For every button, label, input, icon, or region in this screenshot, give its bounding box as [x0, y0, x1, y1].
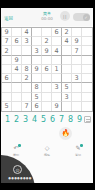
sudoku-cell-r6c7[interactable] — [62, 74, 72, 83]
toggle-knob: ✓ — [83, 14, 90, 21]
top-bar: 返回 简单 00:00 || ✓ — [1, 8, 93, 26]
timer-label: 00:00 — [37, 16, 57, 21]
sudoku-cell-r4c6[interactable] — [52, 56, 62, 65]
sudoku-cell-r9c3[interactable]: 7 — [22, 102, 32, 111]
sudoku-cell-r7c1[interactable] — [2, 83, 12, 92]
sudoku-cell-r8c2[interactable] — [12, 93, 22, 102]
floating-widget-text: ●●●●●●●● — [4, 177, 36, 180]
sudoku-cell-r3c2[interactable] — [12, 46, 22, 55]
sudoku-cell-r8c5[interactable] — [42, 93, 52, 102]
sudoku-cell-r9c7[interactable] — [62, 102, 72, 111]
sudoku-cell-r1c6[interactable]: 6 — [52, 28, 62, 37]
pad-digit-6[interactable]: 6 — [48, 115, 57, 124]
sudoku-cell-r8c1[interactable] — [2, 93, 12, 102]
fire-icon: 🔥 — [61, 130, 70, 137]
pause-icon: || — [63, 14, 67, 19]
sudoku-cell-r8c9[interactable] — [82, 93, 92, 102]
sudoku-cell-r9c4[interactable]: 6 — [32, 102, 42, 111]
sudoku-cell-r4c4[interactable] — [32, 56, 42, 65]
pencil-icon: ✎ — [75, 144, 80, 152]
sudoku-cell-r6c5[interactable] — [42, 74, 52, 83]
pad-digit-7[interactable]: 7 — [57, 115, 66, 124]
sudoku-cell-r1c1[interactable]: 9 — [2, 28, 12, 37]
sudoku-cell-r1c2[interactable] — [12, 28, 22, 37]
sudoku-cell-r7c4[interactable]: 8 — [32, 83, 42, 92]
sudoku-cell-r5c3[interactable]: 8 — [22, 65, 32, 74]
phone-screen: 返回 简单 00:00 || ✓ 94627632492394794896162… — [0, 0, 95, 190]
sudoku-cell-r1c8[interactable] — [72, 28, 82, 37]
sudoku-cell-r8c7[interactable]: 3 — [62, 93, 72, 102]
sudoku-cell-r7c3[interactable] — [22, 83, 32, 92]
sudoku-cell-r2c4[interactable] — [32, 37, 42, 46]
app-content: 返回 简单 00:00 || ✓ 94627632492394794896162… — [1, 8, 93, 183]
undo-icon: ↶ — [13, 144, 18, 152]
sudoku-cell-r1c4[interactable] — [32, 28, 42, 37]
sudoku-cell-r6c4[interactable] — [32, 74, 42, 83]
badge-dot — [80, 144, 83, 147]
sudoku-cell-r2c3[interactable]: 3 — [22, 37, 32, 46]
sudoku-cell-r1c3[interactable]: 4 — [22, 28, 32, 37]
sudoku-cell-r2c2[interactable]: 6 — [12, 37, 22, 46]
sudoku-cell-r4c2[interactable]: 9 — [12, 56, 22, 65]
pad-digit-4[interactable]: 4 — [30, 115, 39, 124]
sudoku-cell-r6c3[interactable]: 2 — [22, 74, 32, 83]
sudoku-cell-r9c5[interactable] — [42, 102, 52, 111]
erase-label: 擦除 — [44, 153, 50, 157]
pad-digit-5[interactable]: 5 — [39, 115, 48, 124]
sudoku-cell-r8c8[interactable] — [72, 93, 82, 102]
sudoku-cell-r4c8[interactable] — [72, 56, 82, 65]
sudoku-cell-r2c7[interactable]: 4 — [62, 37, 72, 46]
game-info: 简单 00:00 — [37, 11, 57, 21]
sudoku-cell-r3c3[interactable] — [22, 46, 32, 55]
streak-badge[interactable]: 🔥 — [59, 127, 72, 140]
sudoku-cell-r5c9[interactable] — [82, 65, 92, 74]
sudoku-cell-r8c4[interactable]: 5 — [32, 93, 42, 102]
sudoku-cell-r5c5[interactable]: 6 — [42, 65, 52, 74]
eraser-icon: ◇ — [45, 144, 50, 152]
sudoku-cell-r3c5[interactable]: 9 — [42, 46, 52, 55]
sudoku-cell-r1c5[interactable] — [42, 28, 52, 37]
sudoku-cell-r5c4[interactable]: 9 — [32, 65, 42, 74]
undo-label: 撤销 — [13, 153, 19, 157]
notes-label: 笔记 — [75, 153, 81, 157]
sudoku-cell-r7c7[interactable]: 5 — [62, 83, 72, 92]
sudoku-cell-r3c8[interactable]: 7 — [72, 46, 82, 55]
sudoku-cell-r4c3[interactable] — [22, 56, 32, 65]
sudoku-cell-r8c6[interactable] — [52, 93, 62, 102]
sudoku-cell-r4c1[interactable] — [2, 56, 12, 65]
sudoku-cell-r2c6[interactable] — [52, 37, 62, 46]
sudoku-cell-r6c6[interactable] — [52, 74, 62, 83]
sudoku-cell-r2c5[interactable]: 2 — [42, 37, 52, 46]
sudoku-cell-r6c2[interactable] — [12, 74, 22, 83]
sudoku-cell-r7c5[interactable] — [42, 83, 52, 92]
pad-digit-9[interactable]: 9 — [75, 115, 84, 124]
number-pad: 123456789 — [1, 113, 93, 125]
erase-button[interactable]: ◇ 擦除 — [38, 143, 56, 161]
sudoku-cell-r9c9[interactable] — [82, 102, 92, 111]
sudoku-cell-r3c6[interactable]: 4 — [52, 46, 62, 55]
sudoku-cell-r2c8[interactable]: 9 — [72, 37, 82, 46]
sudoku-cell-r5c8[interactable] — [72, 65, 82, 74]
sudoku-board: 946276324923947948961623835535769 — [1, 27, 93, 112]
sudoku-cell-r5c2[interactable]: 4 — [12, 65, 22, 74]
pause-button[interactable]: || — [60, 11, 70, 21]
sudoku-cell-r6c9[interactable] — [82, 74, 92, 83]
badge-dot — [18, 144, 21, 147]
sudoku-cell-r5c6[interactable]: 1 — [52, 65, 62, 74]
sudoku-cell-r7c2[interactable] — [12, 83, 22, 92]
floating-widget-icon[interactable]: ⊙ — [13, 165, 22, 174]
sudoku-cell-r3c9[interactable] — [82, 46, 92, 55]
sudoku-cell-r3c4[interactable]: 3 — [32, 46, 42, 55]
sudoku-cell-r6c8[interactable]: 3 — [72, 74, 82, 83]
pad-digit-2[interactable]: 2 — [12, 115, 21, 124]
sudoku-cell-r4c7[interactable] — [62, 56, 72, 65]
sudoku-cell-r3c1[interactable]: 2 — [2, 46, 12, 55]
pad-digit-1[interactable]: 1 — [3, 115, 12, 124]
sudoku-cell-r1c9[interactable] — [82, 28, 92, 37]
sudoku-cell-r4c5[interactable] — [42, 56, 52, 65]
notes-button[interactable]: ✎ 笔记 — [69, 143, 87, 161]
sudoku-cell-r8c3[interactable] — [22, 93, 32, 102]
sudoku-cell-r2c9[interactable] — [82, 37, 92, 46]
pad-digit-8[interactable]: 8 — [66, 115, 75, 124]
sudoku-cell-r7c6[interactable]: 3 — [52, 83, 62, 92]
sudoku-cell-r3c7[interactable] — [62, 46, 72, 55]
sudoku-cell-r9c1[interactable]: 5 — [2, 102, 12, 111]
sudoku-cell-r6c1[interactable]: 6 — [2, 74, 12, 83]
sudoku-cell-r7c9[interactable] — [82, 83, 92, 92]
erase-icon[interactable] — [84, 116, 91, 123]
sudoku-cell-r4c9[interactable] — [82, 56, 92, 65]
sudoku-cell-r9c2[interactable] — [12, 102, 22, 111]
pad-digit-3[interactable]: 3 — [21, 115, 30, 124]
sudoku-cell-r7c8[interactable] — [72, 83, 82, 92]
sudoku-cell-r2c1[interactable]: 7 — [2, 37, 12, 46]
sudoku-cell-r5c7[interactable] — [62, 65, 72, 74]
sudoku-cell-r9c8[interactable] — [72, 102, 82, 111]
toggle-switch[interactable]: ✓ — [73, 13, 90, 21]
back-button[interactable]: 返回 — [4, 16, 13, 21]
sudoku-cell-r1c7[interactable]: 2 — [62, 28, 72, 37]
sudoku-cell-r9c6[interactable]: 9 — [52, 102, 62, 111]
sudoku-cell-r5c1[interactable] — [2, 65, 12, 74]
